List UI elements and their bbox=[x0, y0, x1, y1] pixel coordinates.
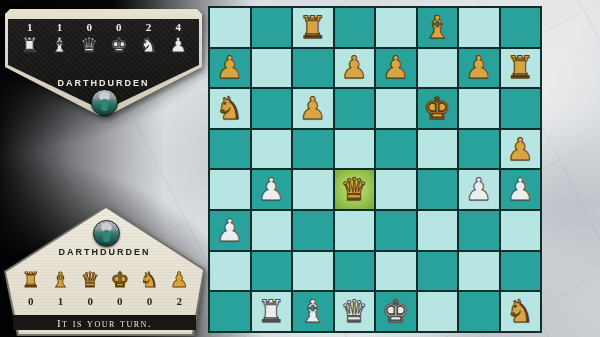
knight-icon: ♞ bbox=[140, 265, 159, 295]
square-g5[interactable] bbox=[459, 130, 499, 169]
square-g6[interactable] bbox=[459, 89, 499, 128]
pawn-icon: ♟ bbox=[169, 33, 187, 58]
captured-rook-count: 1 bbox=[27, 21, 33, 33]
captured-bishop-column: 1♝ bbox=[45, 21, 75, 58]
square-e2[interactable] bbox=[376, 252, 416, 291]
captured-rook-count: 0 bbox=[28, 295, 34, 308]
square-e7[interactable]: ♟ bbox=[376, 49, 416, 88]
square-d4[interactable]: ♛ bbox=[335, 170, 375, 209]
square-g8[interactable] bbox=[459, 8, 499, 47]
piece-gold-pawn[interactable]: ♟ bbox=[382, 52, 410, 83]
bishop-icon: ♝ bbox=[51, 265, 70, 295]
square-e6[interactable] bbox=[376, 89, 416, 128]
piece-gold-rook[interactable]: ♜ bbox=[299, 12, 327, 43]
square-g1[interactable] bbox=[459, 292, 499, 331]
square-b7[interactable] bbox=[252, 49, 292, 88]
square-f3[interactable] bbox=[418, 211, 458, 250]
captured-knight-column: 2♞ bbox=[134, 21, 164, 58]
queen-icon: ♛ bbox=[81, 265, 100, 295]
square-d8[interactable] bbox=[335, 8, 375, 47]
square-c4[interactable] bbox=[293, 170, 333, 209]
square-a2[interactable] bbox=[210, 252, 250, 291]
piece-gold-queen[interactable]: ♛ bbox=[340, 174, 368, 205]
square-f2[interactable] bbox=[418, 252, 458, 291]
square-h5[interactable]: ♟ bbox=[501, 130, 541, 169]
square-g3[interactable] bbox=[459, 211, 499, 250]
player-name: DARTHDURDEN bbox=[4, 247, 205, 257]
piece-gold-pawn[interactable]: ♟ bbox=[216, 52, 244, 83]
square-c7[interactable] bbox=[293, 49, 333, 88]
square-c5[interactable] bbox=[293, 130, 333, 169]
square-f6[interactable]: ♚ bbox=[418, 89, 458, 128]
captured-king-count: 0 bbox=[117, 295, 123, 308]
square-f7[interactable] bbox=[418, 49, 458, 88]
square-d5[interactable] bbox=[335, 130, 375, 169]
square-h4[interactable]: ♟ bbox=[501, 170, 541, 209]
square-d1[interactable]: ♛ bbox=[335, 292, 375, 331]
turn-status-bar: It is your turn. bbox=[13, 315, 196, 330]
square-f1[interactable] bbox=[418, 292, 458, 331]
captured-queen-count: 0 bbox=[87, 295, 93, 308]
square-d7[interactable]: ♟ bbox=[335, 49, 375, 88]
captured-king-column: 0♚ bbox=[104, 21, 134, 58]
piece-gold-knight[interactable]: ♞ bbox=[506, 296, 534, 327]
square-c2[interactable] bbox=[293, 252, 333, 291]
square-e4[interactable] bbox=[376, 170, 416, 209]
piece-gold-king[interactable]: ♚ bbox=[423, 93, 451, 124]
square-e5[interactable] bbox=[376, 130, 416, 169]
square-b3[interactable] bbox=[252, 211, 292, 250]
square-f5[interactable] bbox=[418, 130, 458, 169]
square-d3[interactable] bbox=[335, 211, 375, 250]
piece-gold-pawn[interactable]: ♟ bbox=[340, 52, 368, 83]
captured-knight-count: 0 bbox=[147, 295, 153, 308]
captured-queen-column: ♛0 bbox=[75, 265, 105, 308]
square-a4[interactable] bbox=[210, 170, 250, 209]
square-e1[interactable]: ♚ bbox=[376, 292, 416, 331]
captured-pawn-count: 4 bbox=[175, 21, 181, 33]
piece-white-queen[interactable]: ♛ bbox=[340, 296, 368, 327]
rook-icon: ♜ bbox=[21, 265, 40, 295]
square-h8[interactable] bbox=[501, 8, 541, 47]
captured-king-column: ♚0 bbox=[105, 265, 135, 308]
square-h2[interactable] bbox=[501, 252, 541, 291]
piece-white-pawn[interactable]: ♟ bbox=[506, 174, 534, 205]
square-a1[interactable] bbox=[210, 292, 250, 331]
pawn-icon: ♟ bbox=[170, 265, 189, 295]
square-e8[interactable] bbox=[376, 8, 416, 47]
rook-icon: ♜ bbox=[21, 33, 39, 58]
square-h1[interactable]: ♞ bbox=[501, 292, 541, 331]
opponent-avatar[interactable] bbox=[91, 89, 118, 116]
knight-icon: ♞ bbox=[140, 33, 158, 58]
piece-gold-pawn[interactable]: ♟ bbox=[299, 93, 327, 124]
captured-queen-column: 0♛ bbox=[74, 21, 104, 58]
square-c3[interactable] bbox=[293, 211, 333, 250]
chess-game-screen: ♜♝♟♟♟♟♜♞♟♚♟♟♛♟♟♟♜♝♛♚♞ 1♜1♝0♛0♚2♞4♟ DARTH… bbox=[0, 0, 600, 337]
player-panel: DARTHDURDEN ♜0♝1♛0♚0♞0♟2 It is your turn… bbox=[4, 206, 205, 336]
opponent-name: DARTHDURDEN bbox=[5, 78, 202, 88]
square-f4[interactable] bbox=[418, 170, 458, 209]
queen-icon: ♛ bbox=[80, 33, 98, 58]
piece-white-pawn[interactable]: ♟ bbox=[257, 174, 285, 205]
captured-queen-count: 0 bbox=[86, 21, 92, 33]
captured-rook-column: 1♜ bbox=[15, 21, 45, 58]
chess-board: ♜♝♟♟♟♟♜♞♟♚♟♟♛♟♟♟♜♝♛♚♞ bbox=[208, 6, 542, 333]
piece-gold-knight[interactable]: ♞ bbox=[216, 93, 244, 124]
piece-white-rook[interactable]: ♜ bbox=[257, 296, 285, 327]
square-d6[interactable] bbox=[335, 89, 375, 128]
square-b1[interactable]: ♜ bbox=[252, 292, 292, 331]
square-h6[interactable] bbox=[501, 89, 541, 128]
square-c1[interactable]: ♝ bbox=[293, 292, 333, 331]
bishop-icon: ♝ bbox=[51, 33, 69, 58]
square-e3[interactable] bbox=[376, 211, 416, 250]
square-b5[interactable] bbox=[252, 130, 292, 169]
square-b6[interactable] bbox=[252, 89, 292, 128]
turn-status-text: It is your turn. bbox=[57, 317, 152, 329]
piece-white-pawn[interactable]: ♟ bbox=[216, 215, 244, 246]
piece-gold-pawn[interactable]: ♟ bbox=[506, 134, 534, 165]
captured-knight-column: ♞0 bbox=[135, 265, 165, 308]
square-a5[interactable] bbox=[210, 130, 250, 169]
captured-pawn-column: 4♟ bbox=[163, 21, 193, 58]
captured-king-count: 0 bbox=[116, 21, 122, 33]
square-g4[interactable]: ♟ bbox=[459, 170, 499, 209]
opponent-captured-row: 1♜1♝0♛0♚2♞4♟ bbox=[15, 21, 193, 58]
player-avatar[interactable] bbox=[93, 220, 120, 247]
captured-pawn-count: 2 bbox=[176, 295, 182, 308]
opponent-panel: 1♜1♝0♛0♚2♞4♟ DARTHDURDEN bbox=[5, 9, 202, 115]
captured-bishop-count: 1 bbox=[58, 295, 64, 308]
captured-pawn-column: ♟2 bbox=[164, 265, 194, 308]
square-h3[interactable] bbox=[501, 211, 541, 250]
piece-white-bishop[interactable]: ♝ bbox=[299, 296, 327, 327]
square-a6[interactable]: ♞ bbox=[210, 89, 250, 128]
piece-white-pawn[interactable]: ♟ bbox=[465, 174, 493, 205]
square-b4[interactable]: ♟ bbox=[252, 170, 292, 209]
piece-white-king[interactable]: ♚ bbox=[382, 296, 410, 327]
square-b2[interactable] bbox=[252, 252, 292, 291]
square-g2[interactable] bbox=[459, 252, 499, 291]
square-a3[interactable]: ♟ bbox=[210, 211, 250, 250]
square-c8[interactable]: ♜ bbox=[293, 8, 333, 47]
square-a7[interactable]: ♟ bbox=[210, 49, 250, 88]
captured-bishop-count: 1 bbox=[57, 21, 63, 33]
square-d2[interactable] bbox=[335, 252, 375, 291]
square-c6[interactable]: ♟ bbox=[293, 89, 333, 128]
piece-gold-bishop[interactable]: ♝ bbox=[423, 12, 451, 43]
player-captured-row: ♜0♝1♛0♚0♞0♟2 bbox=[16, 265, 194, 308]
square-f8[interactable]: ♝ bbox=[418, 8, 458, 47]
captured-rook-column: ♜0 bbox=[16, 265, 46, 308]
square-a8[interactable] bbox=[210, 8, 250, 47]
king-icon: ♚ bbox=[110, 33, 128, 58]
piece-gold-pawn[interactable]: ♟ bbox=[465, 52, 493, 83]
captured-knight-count: 2 bbox=[146, 21, 152, 33]
square-h7[interactable]: ♜ bbox=[501, 49, 541, 88]
king-icon: ♚ bbox=[110, 265, 129, 295]
square-g7[interactable]: ♟ bbox=[459, 49, 499, 88]
captured-bishop-column: ♝1 bbox=[46, 265, 76, 308]
piece-gold-rook[interactable]: ♜ bbox=[506, 52, 534, 83]
square-b8[interactable] bbox=[252, 8, 292, 47]
